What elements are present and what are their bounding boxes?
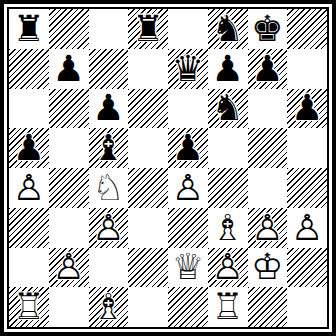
- square-g4[interactable]: [248, 168, 288, 208]
- diagram-frame: ♜♜♜♜♞♞♚♚♟♟♛♛♟♟♟♟♟♟♞♞♟♟♟♟♝♝♟♟♟♙♞♘♟♙♟♙♝♗♟♙…: [0, 0, 336, 336]
- square-c1[interactable]: ♝♗: [89, 287, 129, 327]
- piece-glyph: ♝: [89, 128, 129, 168]
- square-a6[interactable]: [9, 89, 49, 129]
- square-g3[interactable]: ♟♙: [248, 208, 288, 248]
- square-c4[interactable]: ♞♘: [89, 168, 129, 208]
- square-a3[interactable]: [9, 208, 49, 248]
- square-c6[interactable]: ♟♟: [89, 89, 129, 129]
- square-d8[interactable]: ♜♜: [128, 9, 168, 49]
- square-c2[interactable]: [89, 248, 129, 288]
- piece-black-pawn: ♟♟: [9, 128, 49, 168]
- square-b3[interactable]: [49, 208, 89, 248]
- piece-glyph: ♙: [248, 208, 288, 248]
- piece-white-rook: ♜♖: [9, 287, 49, 327]
- square-h3[interactable]: ♟♙: [287, 208, 327, 248]
- square-f2[interactable]: ♟♙: [208, 248, 248, 288]
- square-h6[interactable]: ♟♟: [287, 89, 327, 129]
- piece-black-pawn: ♟♟: [49, 49, 89, 89]
- piece-glyph: ♗: [208, 208, 248, 248]
- piece-glyph: ♜: [9, 9, 49, 49]
- piece-glyph: ♙: [287, 208, 327, 248]
- square-f1[interactable]: ♜♖: [208, 287, 248, 327]
- piece-glyph: ♟: [49, 49, 89, 89]
- piece-glyph: ♜: [128, 9, 168, 49]
- square-a1[interactable]: ♜♖: [9, 287, 49, 327]
- piece-glyph: ♘: [89, 168, 129, 208]
- piece-black-knight: ♞♞: [208, 89, 248, 129]
- piece-glyph: ♞: [208, 9, 248, 49]
- square-g7[interactable]: ♟♟: [248, 49, 288, 89]
- square-g5[interactable]: [248, 128, 288, 168]
- square-e1[interactable]: [168, 287, 208, 327]
- square-b4[interactable]: [49, 168, 89, 208]
- piece-glyph: ♙: [9, 168, 49, 208]
- piece-white-pawn: ♟♙: [287, 208, 327, 248]
- piece-glyph: ♔: [248, 248, 288, 288]
- square-c5[interactable]: ♝♝: [89, 128, 129, 168]
- piece-white-pawn: ♟♙: [248, 208, 288, 248]
- square-h1[interactable]: [287, 287, 327, 327]
- square-a8[interactable]: ♜♜: [9, 9, 49, 49]
- piece-black-pawn: ♟♟: [208, 49, 248, 89]
- piece-glyph: ♞: [208, 89, 248, 129]
- square-f6[interactable]: ♞♞: [208, 89, 248, 129]
- piece-glyph: ♕: [168, 248, 208, 288]
- piece-white-pawn: ♟♙: [9, 168, 49, 208]
- square-c3[interactable]: ♟♙: [89, 208, 129, 248]
- piece-black-rook: ♜♜: [9, 9, 49, 49]
- piece-white-rook: ♜♖: [208, 287, 248, 327]
- piece-glyph: ♟: [168, 128, 208, 168]
- square-a4[interactable]: ♟♙: [9, 168, 49, 208]
- piece-white-bishop: ♝♗: [208, 208, 248, 248]
- piece-black-knight: ♞♞: [208, 9, 248, 49]
- piece-white-king: ♚♔: [248, 248, 288, 288]
- piece-glyph: ♙: [168, 168, 208, 208]
- piece-black-queen: ♛♛: [168, 49, 208, 89]
- square-e4[interactable]: ♟♙: [168, 168, 208, 208]
- square-a2[interactable]: [9, 248, 49, 288]
- square-b1[interactable]: [49, 287, 89, 327]
- square-g8[interactable]: ♚♚: [248, 9, 288, 49]
- square-h8[interactable]: [287, 9, 327, 49]
- piece-black-king: ♚♚: [248, 9, 288, 49]
- square-e5[interactable]: ♟♟: [168, 128, 208, 168]
- square-h5[interactable]: [287, 128, 327, 168]
- piece-black-pawn: ♟♟: [89, 89, 129, 129]
- piece-glyph: ♟: [9, 128, 49, 168]
- square-h4[interactable]: [287, 168, 327, 208]
- piece-white-pawn: ♟♙: [168, 168, 208, 208]
- piece-white-queen: ♛♕: [168, 248, 208, 288]
- piece-glyph: ♖: [9, 287, 49, 327]
- piece-glyph: ♗: [89, 287, 129, 327]
- square-f7[interactable]: ♟♟: [208, 49, 248, 89]
- piece-white-pawn: ♟♙: [208, 248, 248, 288]
- square-c7[interactable]: [89, 49, 129, 89]
- square-d3[interactable]: [128, 208, 168, 248]
- piece-white-knight: ♞♘: [89, 168, 129, 208]
- piece-black-pawn: ♟♟: [168, 128, 208, 168]
- square-e3[interactable]: [168, 208, 208, 248]
- square-b5[interactable]: [49, 128, 89, 168]
- square-b8[interactable]: [49, 9, 89, 49]
- piece-black-pawn: ♟♟: [287, 89, 327, 129]
- piece-glyph: ♚: [248, 9, 288, 49]
- piece-glyph: ♛: [168, 49, 208, 89]
- square-c8[interactable]: [89, 9, 129, 49]
- square-f8[interactable]: ♞♞: [208, 9, 248, 49]
- square-e7[interactable]: ♛♛: [168, 49, 208, 89]
- piece-glyph: ♟: [248, 49, 288, 89]
- piece-black-bishop: ♝♝: [89, 128, 129, 168]
- square-f5[interactable]: [208, 128, 248, 168]
- square-d7[interactable]: [128, 49, 168, 89]
- piece-black-rook: ♜♜: [128, 9, 168, 49]
- piece-glyph: ♙: [49, 248, 89, 288]
- square-a7[interactable]: [9, 49, 49, 89]
- square-b6[interactable]: [49, 89, 89, 129]
- square-d2[interactable]: [128, 248, 168, 288]
- square-f3[interactable]: ♝♗: [208, 208, 248, 248]
- square-b7[interactable]: ♟♟: [49, 49, 89, 89]
- square-d1[interactable]: [128, 287, 168, 327]
- square-h2[interactable]: [287, 248, 327, 288]
- piece-glyph: ♙: [89, 208, 129, 248]
- square-g2[interactable]: ♚♔: [248, 248, 288, 288]
- chess-board: ♜♜♜♜♞♞♚♚♟♟♛♛♟♟♟♟♟♟♞♞♟♟♟♟♝♝♟♟♟♙♞♘♟♙♟♙♝♗♟♙…: [9, 9, 327, 327]
- square-h7[interactable]: [287, 49, 327, 89]
- piece-white-bishop: ♝♗: [89, 287, 129, 327]
- piece-glyph: ♙: [208, 248, 248, 288]
- piece-glyph: ♟: [287, 89, 327, 129]
- piece-glyph: ♖: [208, 287, 248, 327]
- square-e8[interactable]: [168, 9, 208, 49]
- square-e6[interactable]: [168, 89, 208, 129]
- square-b2[interactable]: ♟♙: [49, 248, 89, 288]
- square-d5[interactable]: [128, 128, 168, 168]
- piece-white-pawn: ♟♙: [49, 248, 89, 288]
- square-g1[interactable]: [248, 287, 288, 327]
- square-d4[interactable]: [128, 168, 168, 208]
- square-e2[interactable]: ♛♕: [168, 248, 208, 288]
- piece-glyph: ♟: [89, 89, 129, 129]
- piece-glyph: ♟: [208, 49, 248, 89]
- square-a5[interactable]: ♟♟: [9, 128, 49, 168]
- square-f4[interactable]: [208, 168, 248, 208]
- piece-black-pawn: ♟♟: [248, 49, 288, 89]
- square-d6[interactable]: [128, 89, 168, 129]
- square-g6[interactable]: [248, 89, 288, 129]
- board-border: ♜♜♜♜♞♞♚♚♟♟♛♛♟♟♟♟♟♟♞♞♟♟♟♟♝♝♟♟♟♙♞♘♟♙♟♙♝♗♟♙…: [7, 7, 329, 329]
- piece-white-pawn: ♟♙: [89, 208, 129, 248]
